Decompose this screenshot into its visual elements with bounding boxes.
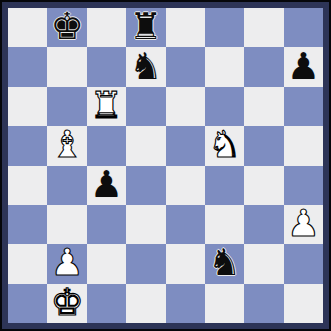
square-c2[interactable] <box>87 244 126 283</box>
black-knight[interactable]: ♞ <box>208 243 241 282</box>
square-e4[interactable] <box>166 166 205 205</box>
square-g5[interactable] <box>244 126 283 165</box>
square-e5[interactable] <box>166 126 205 165</box>
square-f2[interactable]: ♞ <box>205 244 244 283</box>
square-a2[interactable] <box>8 244 47 283</box>
square-f3[interactable] <box>205 205 244 244</box>
square-a3[interactable] <box>8 205 47 244</box>
square-c6[interactable]: ♜ <box>87 87 126 126</box>
square-d6[interactable] <box>126 87 165 126</box>
square-f7[interactable] <box>205 47 244 86</box>
square-e2[interactable] <box>166 244 205 283</box>
square-e1[interactable] <box>166 284 205 323</box>
square-h5[interactable] <box>284 126 323 165</box>
square-h3[interactable]: ♟ <box>284 205 323 244</box>
white-pawn[interactable]: ♟ <box>50 243 83 282</box>
square-g1[interactable] <box>244 284 283 323</box>
white-knight[interactable]: ♞ <box>208 125 241 164</box>
square-c1[interactable] <box>87 284 126 323</box>
board-frame: ♚♜♞♟♜♝♞♟♟♟♞♚ <box>0 0 331 331</box>
square-a7[interactable] <box>8 47 47 86</box>
square-g7[interactable] <box>244 47 283 86</box>
square-b8[interactable]: ♚ <box>47 8 86 47</box>
square-f4[interactable] <box>205 166 244 205</box>
square-h2[interactable] <box>284 244 323 283</box>
square-e6[interactable] <box>166 87 205 126</box>
white-king[interactable]: ♚ <box>50 283 83 322</box>
square-h4[interactable] <box>284 166 323 205</box>
square-b6[interactable] <box>47 87 86 126</box>
square-a8[interactable] <box>8 8 47 47</box>
square-d4[interactable] <box>126 166 165 205</box>
square-h1[interactable] <box>284 284 323 323</box>
square-c7[interactable] <box>87 47 126 86</box>
square-c4[interactable]: ♟ <box>87 166 126 205</box>
square-f5[interactable]: ♞ <box>205 126 244 165</box>
square-h6[interactable] <box>284 87 323 126</box>
square-g8[interactable] <box>244 8 283 47</box>
square-d3[interactable] <box>126 205 165 244</box>
square-d7[interactable]: ♞ <box>126 47 165 86</box>
square-b2[interactable]: ♟ <box>47 244 86 283</box>
square-a6[interactable] <box>8 87 47 126</box>
square-e3[interactable] <box>166 205 205 244</box>
square-g6[interactable] <box>244 87 283 126</box>
square-h7[interactable]: ♟ <box>284 47 323 86</box>
square-f6[interactable] <box>205 87 244 126</box>
square-c5[interactable] <box>87 126 126 165</box>
black-pawn[interactable]: ♟ <box>90 165 123 204</box>
square-a1[interactable] <box>8 284 47 323</box>
square-f8[interactable] <box>205 8 244 47</box>
square-c3[interactable] <box>87 205 126 244</box>
square-g3[interactable] <box>244 205 283 244</box>
square-e8[interactable] <box>166 8 205 47</box>
square-e7[interactable] <box>166 47 205 86</box>
square-b7[interactable] <box>47 47 86 86</box>
square-d1[interactable] <box>126 284 165 323</box>
chess-board: ♚♜♞♟♜♝♞♟♟♟♞♚ <box>8 8 323 323</box>
black-knight[interactable]: ♞ <box>129 47 162 86</box>
white-rook[interactable]: ♜ <box>90 86 123 125</box>
black-rook[interactable]: ♜ <box>129 7 162 46</box>
square-a5[interactable] <box>8 126 47 165</box>
square-b4[interactable] <box>47 166 86 205</box>
square-a4[interactable] <box>8 166 47 205</box>
square-d8[interactable]: ♜ <box>126 8 165 47</box>
white-pawn[interactable]: ♟ <box>287 204 320 243</box>
square-f1[interactable] <box>205 284 244 323</box>
square-h8[interactable] <box>284 8 323 47</box>
square-b3[interactable] <box>47 205 86 244</box>
square-c8[interactable] <box>87 8 126 47</box>
square-g2[interactable] <box>244 244 283 283</box>
square-b5[interactable]: ♝ <box>47 126 86 165</box>
white-bishop[interactable]: ♝ <box>50 125 83 164</box>
square-d5[interactable] <box>126 126 165 165</box>
square-d2[interactable] <box>126 244 165 283</box>
square-g4[interactable] <box>244 166 283 205</box>
square-b1[interactable]: ♚ <box>47 284 86 323</box>
black-pawn[interactable]: ♟ <box>287 47 320 86</box>
black-king[interactable]: ♚ <box>50 7 83 46</box>
